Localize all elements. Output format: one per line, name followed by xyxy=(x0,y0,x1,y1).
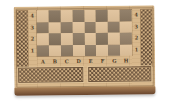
rank-label: 1 xyxy=(132,44,141,56)
board-square xyxy=(84,44,96,56)
file-label: H xyxy=(120,57,132,66)
file-label: E xyxy=(85,57,97,66)
knotwork-border-right xyxy=(141,9,153,66)
rank-label: 3 xyxy=(28,22,37,34)
board-square xyxy=(72,33,84,45)
rank-label: 1 xyxy=(28,45,37,57)
knotwork-panel-right xyxy=(88,66,151,82)
board-square xyxy=(60,22,72,34)
board-square xyxy=(120,33,132,45)
file-label: F xyxy=(96,57,108,66)
board-square xyxy=(96,33,108,45)
board-square xyxy=(120,21,132,33)
file-label: C xyxy=(61,57,73,66)
file-labels: ABCDEFGH xyxy=(37,57,132,67)
board-square xyxy=(49,33,61,45)
board-square xyxy=(96,10,108,22)
board-square xyxy=(72,10,84,22)
knotwork-border-left xyxy=(17,11,29,68)
rank-label: 4 xyxy=(28,10,37,22)
file-label: A xyxy=(37,57,49,66)
board-square xyxy=(120,44,132,56)
board-square xyxy=(61,45,73,57)
board-square xyxy=(73,45,85,57)
knotwork-panel-left xyxy=(18,67,83,83)
chess-backgammon-box: 4321 4321 ABCDEFGH xyxy=(14,5,156,95)
rank-label: 4 xyxy=(132,9,141,21)
board-square xyxy=(72,22,84,34)
chess-board-grid xyxy=(37,10,132,57)
knotwork-pattern xyxy=(89,67,150,81)
rank-labels-left: 4321 xyxy=(28,10,37,56)
board-square xyxy=(49,22,61,34)
board-square xyxy=(84,33,96,45)
board-square xyxy=(108,33,120,45)
board-square xyxy=(120,10,132,22)
board-square xyxy=(96,44,108,56)
rank-label: 2 xyxy=(28,33,37,45)
board-square xyxy=(84,10,96,22)
file-label: B xyxy=(49,57,61,66)
board-photo: 4321 4321 ABCDEFGH xyxy=(0,0,175,105)
carved-bottom-band xyxy=(17,66,152,84)
board-square xyxy=(49,45,61,57)
board-square xyxy=(61,33,73,45)
board-square xyxy=(108,21,120,33)
board-face: 4321 4321 ABCDEFGH xyxy=(14,5,156,88)
rank-labels-right: 4321 xyxy=(132,9,141,55)
knotwork-pattern xyxy=(19,68,82,82)
board-square xyxy=(37,45,49,57)
file-label: D xyxy=(73,57,85,66)
rank-label: 3 xyxy=(132,21,141,33)
rank-label: 2 xyxy=(132,32,141,44)
board-square xyxy=(37,22,49,34)
box-side-edge xyxy=(14,86,155,95)
board-square xyxy=(108,10,120,22)
board-square xyxy=(84,21,96,33)
board-square xyxy=(60,10,72,22)
board-square xyxy=(48,10,60,22)
board-square xyxy=(37,10,49,22)
file-label: G xyxy=(108,57,120,66)
board-square xyxy=(96,21,108,33)
board-square xyxy=(37,33,49,45)
board-square xyxy=(108,44,120,56)
